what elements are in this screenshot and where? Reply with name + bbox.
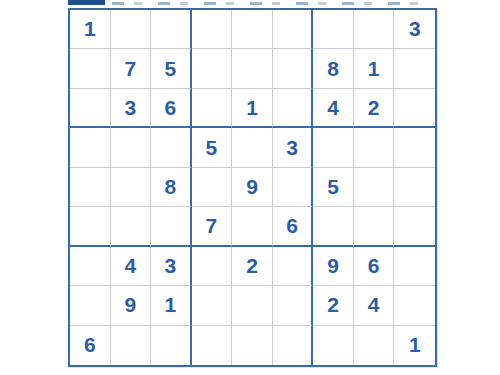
- cell-r4c1-empty[interactable]: [70, 128, 111, 167]
- cell-r5c9-empty[interactable]: [394, 168, 435, 207]
- cell-r2c1-empty[interactable]: [70, 49, 111, 88]
- cell-r2c4-empty[interactable]: [192, 49, 233, 88]
- cell-r9c9-given[interactable]: 1: [394, 326, 435, 365]
- cell-r7c6-empty[interactable]: [273, 247, 314, 286]
- cell-r5c3-given[interactable]: 8: [151, 168, 192, 207]
- cell-r8c4-empty[interactable]: [192, 286, 233, 325]
- cell-r2c3-given[interactable]: 5: [151, 49, 192, 88]
- cell-r7c3-given[interactable]: 3: [151, 247, 192, 286]
- cell-r9c4-empty[interactable]: [192, 326, 233, 365]
- cell-r4c5-empty[interactable]: [232, 128, 273, 167]
- cell-r1c5-empty[interactable]: [232, 10, 273, 49]
- cell-r3c7-given[interactable]: 4: [313, 89, 354, 128]
- cell-r8c1-empty[interactable]: [70, 286, 111, 325]
- cell-r8c2-given[interactable]: 9: [111, 286, 152, 325]
- cell-r2c2-given[interactable]: 7: [111, 49, 152, 88]
- cell-r4c8-empty[interactable]: [354, 128, 395, 167]
- cell-r6c6-given[interactable]: 6: [273, 207, 314, 246]
- cell-r6c4-given[interactable]: 7: [192, 207, 233, 246]
- cell-r4c4-given[interactable]: 5: [192, 128, 233, 167]
- cell-r6c2-empty[interactable]: [111, 207, 152, 246]
- cell-r4c2-empty[interactable]: [111, 128, 152, 167]
- cell-r1c4-empty[interactable]: [192, 10, 233, 49]
- cell-r4c6-given[interactable]: 3: [273, 128, 314, 167]
- cell-r6c7-empty[interactable]: [313, 207, 354, 246]
- cell-r5c4-empty[interactable]: [192, 168, 233, 207]
- cell-r8c6-empty[interactable]: [273, 286, 314, 325]
- cell-r1c3-empty[interactable]: [151, 10, 192, 49]
- cell-r6c9-empty[interactable]: [394, 207, 435, 246]
- cell-r1c7-empty[interactable]: [313, 10, 354, 49]
- cell-r2c9-empty[interactable]: [394, 49, 435, 88]
- cell-r9c2-empty[interactable]: [111, 326, 152, 365]
- cell-r5c6-empty[interactable]: [273, 168, 314, 207]
- clipped-text-artifact: [112, 2, 420, 5]
- cell-r1c6-empty[interactable]: [273, 10, 314, 49]
- cell-r2c5-empty[interactable]: [232, 49, 273, 88]
- cell-r8c8-given[interactable]: 4: [354, 286, 395, 325]
- cell-r7c2-given[interactable]: 4: [111, 247, 152, 286]
- cell-r4c9-empty[interactable]: [394, 128, 435, 167]
- cell-r3c9-empty[interactable]: [394, 89, 435, 128]
- cell-r3c2-given[interactable]: 3: [111, 89, 152, 128]
- cell-r1c1-given[interactable]: 1: [70, 10, 111, 49]
- cell-r5c2-empty[interactable]: [111, 168, 152, 207]
- cell-r4c3-empty[interactable]: [151, 128, 192, 167]
- cell-r7c1-empty[interactable]: [70, 247, 111, 286]
- cell-r8c9-empty[interactable]: [394, 286, 435, 325]
- cell-r3c4-empty[interactable]: [192, 89, 233, 128]
- cell-r1c8-empty[interactable]: [354, 10, 395, 49]
- cell-r2c8-given[interactable]: 1: [354, 49, 395, 88]
- sudoku-board: 13758136142538957643296912461: [68, 8, 437, 367]
- clipped-header-bar-artifact: [68, 0, 105, 5]
- cell-r6c1-empty[interactable]: [70, 207, 111, 246]
- cell-r9c5-empty[interactable]: [232, 326, 273, 365]
- cell-r3c6-empty[interactable]: [273, 89, 314, 128]
- cell-r4c7-empty[interactable]: [313, 128, 354, 167]
- cell-r6c5-empty[interactable]: [232, 207, 273, 246]
- cell-r6c8-empty[interactable]: [354, 207, 395, 246]
- cell-r5c7-given[interactable]: 5: [313, 168, 354, 207]
- cell-r5c8-empty[interactable]: [354, 168, 395, 207]
- cell-r7c4-empty[interactable]: [192, 247, 233, 286]
- cell-r2c6-empty[interactable]: [273, 49, 314, 88]
- cell-r7c5-given[interactable]: 2: [232, 247, 273, 286]
- cell-r9c1-given[interactable]: 6: [70, 326, 111, 365]
- cell-r1c9-given[interactable]: 3: [394, 10, 435, 49]
- cell-r8c5-empty[interactable]: [232, 286, 273, 325]
- cell-r2c7-given[interactable]: 8: [313, 49, 354, 88]
- cell-r8c3-given[interactable]: 1: [151, 286, 192, 325]
- cell-r3c5-given[interactable]: 1: [232, 89, 273, 128]
- cell-r7c8-given[interactable]: 6: [354, 247, 395, 286]
- cell-r9c6-empty[interactable]: [273, 326, 314, 365]
- cell-r5c5-given[interactable]: 9: [232, 168, 273, 207]
- cell-r3c8-given[interactable]: 2: [354, 89, 395, 128]
- cell-r1c2-empty[interactable]: [111, 10, 152, 49]
- cell-r3c3-given[interactable]: 6: [151, 89, 192, 128]
- cell-r6c3-empty[interactable]: [151, 207, 192, 246]
- cell-r7c9-empty[interactable]: [394, 247, 435, 286]
- cell-r8c7-given[interactable]: 2: [313, 286, 354, 325]
- cell-r5c1-empty[interactable]: [70, 168, 111, 207]
- cell-r9c7-empty[interactable]: [313, 326, 354, 365]
- cell-r3c1-empty[interactable]: [70, 89, 111, 128]
- cell-r9c3-empty[interactable]: [151, 326, 192, 365]
- cell-r9c8-empty[interactable]: [354, 326, 395, 365]
- cell-r7c7-given[interactable]: 9: [313, 247, 354, 286]
